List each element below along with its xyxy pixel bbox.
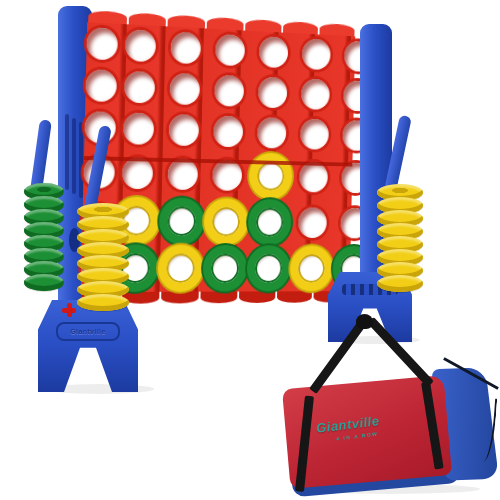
red-knob: [62, 303, 76, 317]
frame-left-foot: Giantville: [38, 300, 138, 392]
board-cell: [86, 22, 118, 65]
yellow-stack-disc: [377, 275, 423, 292]
board-cell: [163, 26, 209, 69]
empty-hole: [125, 29, 156, 62]
board-cell: [115, 107, 162, 150]
empty-hole: [122, 157, 153, 189]
empty-hole: [259, 36, 288, 68]
empty-hole: [298, 207, 327, 238]
post-groove: [65, 114, 69, 190]
board-cell: [291, 200, 334, 246]
post-groove: [72, 118, 76, 194]
green-stack-disc: [24, 274, 64, 291]
empty-hole: [257, 117, 286, 149]
board-cell: [294, 73, 337, 115]
empty-hole: [301, 78, 330, 110]
disc-yellow: [158, 245, 204, 292]
yellow-disc-stack: [77, 203, 129, 311]
board-cell: [85, 64, 117, 107]
empty-hole: [123, 112, 154, 145]
product-photo-stage: Giantville Giantville 4 IN A ROW: [0, 0, 500, 500]
board-cell: [290, 245, 333, 291]
empty-hole: [300, 119, 329, 150]
green-disc-stack: [24, 183, 64, 291]
board-cell: [117, 24, 164, 68]
board-cell: [204, 198, 249, 245]
yellow-disc-stack: [377, 184, 423, 292]
empty-hole: [215, 34, 245, 66]
board-cell: [208, 29, 253, 72]
bag-strap-knot: [356, 314, 373, 329]
empty-hole: [212, 159, 242, 191]
board-cell: [293, 113, 336, 154]
board-cell: [295, 33, 338, 75]
empty-hole: [86, 27, 118, 60]
foot-brand-plaque: Giantville: [56, 322, 120, 341]
board-cell: [250, 112, 294, 154]
board-cell: [206, 110, 251, 152]
disc-yellow: [204, 198, 249, 245]
disc-green: [246, 245, 290, 291]
board-cell: [207, 69, 252, 111]
board-cell: [162, 67, 208, 110]
board-cell: [116, 65, 163, 108]
board-cell: [158, 245, 204, 292]
board-cell: [252, 31, 296, 73]
empty-hole: [214, 75, 244, 107]
board-cell: [251, 71, 295, 113]
board-cell: [161, 109, 207, 152]
empty-hole: [213, 115, 243, 147]
disc-yellow: [290, 245, 333, 291]
empty-hole: [85, 69, 117, 102]
disc-green: [248, 199, 292, 246]
disc-green: [159, 197, 205, 245]
disc-green: [202, 245, 247, 292]
empty-hole: [302, 38, 331, 70]
board-cell: [159, 197, 205, 245]
empty-hole: [258, 77, 287, 109]
board-cell: [202, 245, 247, 292]
empty-hole: [299, 161, 328, 192]
empty-hole: [169, 114, 200, 146]
empty-hole: [170, 32, 201, 65]
board-cell: [248, 199, 292, 246]
empty-hole: [167, 158, 198, 190]
yellow-stack-disc: [77, 294, 129, 311]
empty-hole: [169, 73, 200, 106]
board-cell: [246, 245, 290, 291]
empty-hole: [124, 71, 155, 104]
